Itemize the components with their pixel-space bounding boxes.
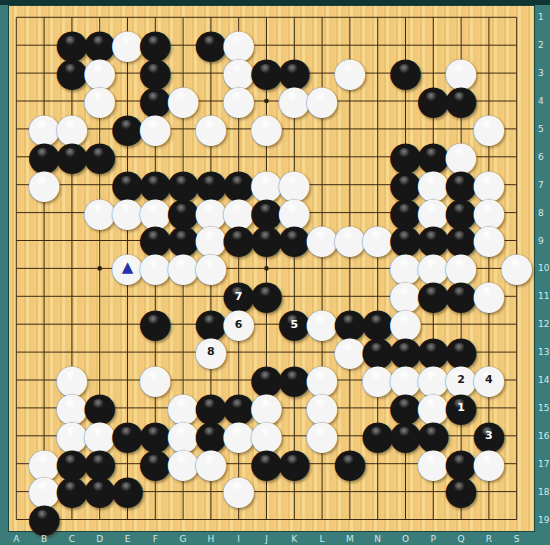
column-label-B: B — [41, 534, 47, 544]
intersection-S5[interactable] — [503, 115, 531, 143]
intersection-B10[interactable] — [30, 254, 58, 282]
row-label-6: 6 — [538, 152, 544, 162]
intersection-R1[interactable] — [475, 3, 503, 31]
white-stone-H5[interactable]: ● — [197, 115, 225, 143]
intersection-C12[interactable] — [58, 310, 86, 338]
intersection-L19[interactable] — [308, 505, 336, 533]
intersection-A15[interactable] — [2, 394, 30, 422]
intersection-S7[interactable] — [503, 171, 531, 199]
stone-glyph: ● — [277, 448, 312, 476]
row-label-5: 5 — [538, 124, 544, 134]
intersection-S8[interactable] — [503, 199, 531, 227]
row-label-4: 4 — [538, 96, 544, 106]
intersection-D19[interactable] — [86, 505, 114, 533]
intersection-C9[interactable] — [58, 226, 86, 254]
intersection-B8[interactable] — [30, 199, 58, 227]
black-stone-K17[interactable]: ● — [280, 450, 308, 478]
intersection-S4[interactable] — [503, 87, 531, 115]
black-stone-Q18[interactable]: ● — [447, 477, 475, 505]
row-label-8: 8 — [538, 208, 544, 218]
intersection-S13[interactable] — [503, 338, 531, 366]
intersection-S16[interactable] — [503, 422, 531, 450]
intersection-K10[interactable] — [280, 254, 308, 282]
row-label-11: 11 — [538, 291, 549, 301]
stone-glyph: ● — [332, 448, 367, 476]
intersection-G19[interactable] — [169, 505, 197, 533]
intersection-Q19[interactable] — [447, 505, 475, 533]
intersection-P1[interactable] — [419, 3, 447, 31]
intersection-M1[interactable] — [336, 3, 364, 31]
intersection-B11[interactable] — [30, 282, 58, 310]
intersection-R12[interactable] — [475, 310, 503, 338]
intersection-A12[interactable] — [2, 310, 30, 338]
intersection-S18[interactable] — [503, 477, 531, 505]
stone-glyph: ● — [27, 504, 62, 532]
column-label-A: A — [13, 534, 19, 544]
intersection-S14[interactable] — [503, 366, 531, 394]
row-label-19: 19 — [538, 515, 549, 525]
column-label-R: R — [486, 534, 492, 544]
stone-glyph: ● — [305, 86, 340, 114]
stone-glyph: ● — [138, 309, 173, 337]
intersection-N19[interactable] — [364, 505, 392, 533]
column-label-E: E — [125, 534, 131, 544]
column-label-K: K — [291, 534, 297, 544]
white-stone-S10[interactable]: ● — [503, 254, 531, 282]
white-stone-L4[interactable]: ● — [308, 87, 336, 115]
intersection-J1[interactable] — [253, 3, 281, 31]
intersection-C19[interactable] — [58, 505, 86, 533]
intersection-L1[interactable] — [308, 3, 336, 31]
black-stone-E18[interactable]: ● — [114, 477, 142, 505]
stone-glyph: ● — [471, 281, 506, 309]
black-stone-B19[interactable]: ● — [30, 505, 58, 533]
intersection-M5[interactable] — [336, 115, 364, 143]
intersection-D13[interactable] — [86, 338, 114, 366]
intersection-A14[interactable] — [2, 366, 30, 394]
intersection-N1[interactable] — [364, 3, 392, 31]
white-stone-F5[interactable]: ● — [141, 115, 169, 143]
intersection-M7[interactable] — [336, 171, 364, 199]
intersection-O19[interactable] — [392, 505, 420, 533]
intersection-I19[interactable] — [225, 505, 253, 533]
intersection-P19[interactable] — [419, 505, 447, 533]
column-label-I: I — [237, 534, 240, 544]
row-label-9: 9 — [538, 236, 544, 246]
intersection-A10[interactable] — [2, 254, 30, 282]
intersection-K1[interactable] — [280, 3, 308, 31]
white-stone-J5[interactable]: ● — [253, 115, 281, 143]
column-label-M: M — [346, 534, 354, 544]
stone-glyph: ● — [221, 476, 256, 504]
intersection-F19[interactable] — [141, 505, 169, 533]
column-label-D: D — [96, 534, 103, 544]
intersection-S1[interactable] — [503, 3, 531, 31]
intersection-J19[interactable] — [253, 505, 281, 533]
row-label-12: 12 — [538, 319, 549, 329]
column-label-G: G — [180, 534, 187, 544]
intersection-A9[interactable] — [2, 226, 30, 254]
intersection-R19[interactable] — [475, 505, 503, 533]
intersection-A2[interactable] — [2, 31, 30, 59]
go-board-window: ●●●●●●●●●●●●●●●●●●●●●●●●●●●●●●●●●●●●●●●●… — [0, 0, 550, 545]
black-stone-M17[interactable]: ● — [336, 450, 364, 478]
stone-glyph: ● — [444, 476, 479, 504]
intersection-D11[interactable] — [86, 282, 114, 310]
intersection-O1[interactable] — [392, 3, 420, 31]
intersection-J18[interactable] — [253, 477, 281, 505]
intersection-L6[interactable] — [308, 143, 336, 171]
intersection-F18[interactable] — [141, 477, 169, 505]
intersection-K18[interactable] — [280, 477, 308, 505]
row-label-3: 3 — [538, 68, 544, 78]
column-label-S: S — [514, 534, 520, 544]
row-label-18: 18 — [538, 487, 549, 497]
black-stone-F12[interactable]: ● — [141, 310, 169, 338]
intersection-M10[interactable] — [336, 254, 364, 282]
intersection-L7[interactable] — [308, 171, 336, 199]
intersection-Q1[interactable] — [447, 3, 475, 31]
white-stone-I18[interactable]: ● — [225, 477, 253, 505]
intersection-E19[interactable] — [114, 505, 142, 533]
intersection-A11[interactable] — [2, 282, 30, 310]
intersection-D12[interactable] — [86, 310, 114, 338]
intersection-A3[interactable] — [2, 59, 30, 87]
white-stone-I12[interactable]: ●6 — [225, 310, 253, 338]
stone-glyph: ● — [249, 113, 284, 141]
white-stone-R17[interactable]: ● — [475, 450, 503, 478]
intersection-G18[interactable] — [169, 477, 197, 505]
column-label-J: J — [265, 534, 268, 544]
intersection-A8[interactable] — [2, 199, 30, 227]
intersection-R3[interactable] — [475, 59, 503, 87]
intersection-S2[interactable] — [503, 31, 531, 59]
intersection-B9[interactable] — [30, 226, 58, 254]
row-label-17: 17 — [538, 459, 549, 469]
intersection-S15[interactable] — [503, 394, 531, 422]
intersection-K5[interactable] — [280, 115, 308, 143]
column-label-L: L — [320, 534, 325, 544]
intersection-L5[interactable] — [308, 115, 336, 143]
intersection-L10[interactable] — [308, 254, 336, 282]
column-label-H: H — [208, 534, 215, 544]
column-label-Q: Q — [458, 534, 465, 544]
intersection-K19[interactable] — [280, 505, 308, 533]
stone-glyph: ● — [138, 113, 173, 141]
intersection-N4[interactable] — [364, 87, 392, 115]
intersection-N17[interactable] — [364, 450, 392, 478]
intersection-S3[interactable] — [503, 59, 531, 87]
intersection-S12[interactable] — [503, 310, 531, 338]
intersection-M18[interactable] — [336, 477, 364, 505]
stone-glyph: ● — [193, 113, 228, 141]
white-stone-B7[interactable]: ● — [30, 171, 58, 199]
intersection-S19[interactable] — [503, 505, 531, 533]
stone-glyph: ● — [193, 337, 228, 365]
intersection-O18[interactable] — [392, 477, 420, 505]
column-label-P: P — [431, 534, 436, 544]
row-label-13: 13 — [538, 347, 549, 357]
intersection-B12[interactable] — [30, 310, 58, 338]
row-label-15: 15 — [538, 403, 549, 413]
column-label-N: N — [374, 534, 381, 544]
column-label-C: C — [69, 534, 75, 544]
column-label-F: F — [153, 534, 158, 544]
intersection-S17[interactable] — [503, 450, 531, 478]
intersection-M6[interactable] — [336, 143, 364, 171]
white-stone-R14[interactable]: ●4 — [475, 366, 503, 394]
intersection-N18[interactable] — [364, 477, 392, 505]
intersection-A1[interactable] — [2, 3, 30, 31]
intersection-R18[interactable] — [475, 477, 503, 505]
intersection-A13[interactable] — [2, 338, 30, 366]
white-stone-R11[interactable]: ● — [475, 282, 503, 310]
intersection-H19[interactable] — [197, 505, 225, 533]
intersection-C11[interactable] — [58, 282, 86, 310]
intersection-L18[interactable] — [308, 477, 336, 505]
white-stone-H13[interactable]: ●8 — [197, 338, 225, 366]
intersection-C10[interactable] — [58, 254, 86, 282]
goban-grid: ●●●●●●●●●●●●●●●●●●●●●●●●●●●●●●●●●●●●●●●●… — [2, 3, 530, 533]
stone-glyph: ● — [110, 476, 145, 504]
intersection-S6[interactable] — [503, 143, 531, 171]
intersection-R2[interactable] — [475, 31, 503, 59]
column-label-O: O — [402, 534, 409, 544]
row-label-2: 2 — [538, 40, 544, 50]
white-stone-M3[interactable]: ● — [336, 59, 364, 87]
intersection-M19[interactable] — [336, 505, 364, 533]
stone-glyph: ● — [27, 169, 62, 197]
white-stone-R5[interactable]: ● — [475, 115, 503, 143]
row-label-1: 1 — [538, 12, 544, 22]
row-label-7: 7 — [538, 180, 544, 190]
intersection-S11[interactable] — [503, 282, 531, 310]
row-label-14: 14 — [538, 375, 549, 385]
row-label-10: 10 — [538, 263, 549, 273]
row-label-16: 16 — [538, 431, 549, 441]
intersection-M4[interactable] — [336, 87, 364, 115]
